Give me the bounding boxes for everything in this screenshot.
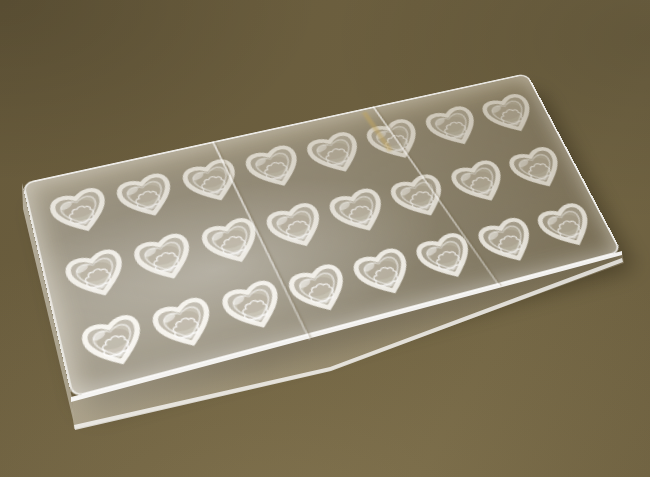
photo-scene (0, 0, 650, 477)
